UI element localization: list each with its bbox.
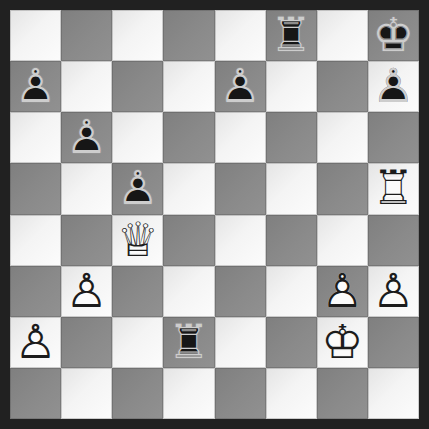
white-pawn-silhouette: ♟ xyxy=(61,266,112,317)
black-pawn-outline: ♙ xyxy=(368,61,419,112)
square-f4[interactable] xyxy=(266,215,317,266)
white-pawn-outline: ♙ xyxy=(368,266,419,317)
white-queen-outline: ♕ xyxy=(112,215,163,266)
square-a7[interactable]: ♟♙ xyxy=(10,61,61,112)
black-pawn-outline: ♙ xyxy=(112,163,163,214)
square-d1[interactable] xyxy=(163,368,214,419)
square-e1[interactable] xyxy=(215,368,266,419)
piece-black-rook-f8[interactable]: ♜♖ xyxy=(266,10,317,61)
piece-black-pawn-a7[interactable]: ♟♙ xyxy=(10,61,61,112)
black-rook-outline: ♖ xyxy=(266,10,317,61)
square-c4[interactable]: ♛♕ xyxy=(112,215,163,266)
piece-black-pawn-c5[interactable]: ♟♙ xyxy=(112,163,163,214)
square-h6[interactable] xyxy=(368,112,419,163)
square-a5[interactable] xyxy=(10,163,61,214)
square-e6[interactable] xyxy=(215,112,266,163)
white-pawn-outline: ♙ xyxy=(317,266,368,317)
square-b8[interactable] xyxy=(61,10,112,61)
square-h4[interactable] xyxy=(368,215,419,266)
black-pawn-silhouette: ♟ xyxy=(10,61,61,112)
piece-white-pawn-a2[interactable]: ♟♙ xyxy=(10,317,61,368)
square-b3[interactable]: ♟♙ xyxy=(61,266,112,317)
square-h7[interactable]: ♟♙ xyxy=(368,61,419,112)
white-pawn-silhouette: ♟ xyxy=(10,317,61,368)
square-a1[interactable] xyxy=(10,368,61,419)
white-pawn-outline: ♙ xyxy=(61,266,112,317)
square-d3[interactable] xyxy=(163,266,214,317)
black-king-silhouette: ♚ xyxy=(368,10,419,61)
square-d5[interactable] xyxy=(163,163,214,214)
piece-black-pawn-b6[interactable]: ♟♙ xyxy=(61,112,112,163)
square-b7[interactable] xyxy=(61,61,112,112)
square-d8[interactable] xyxy=(163,10,214,61)
square-h5[interactable]: ♜♖ xyxy=(368,163,419,214)
chess-board-frame: ♜♖♚♔♟♙♟♙♟♙♟♙♟♙♜♖♛♕♟♙♟♙♟♙♟♙♜♖♚♔ xyxy=(0,0,429,429)
piece-white-pawn-b3[interactable]: ♟♙ xyxy=(61,266,112,317)
square-d6[interactable] xyxy=(163,112,214,163)
square-a2[interactable]: ♟♙ xyxy=(10,317,61,368)
square-e5[interactable] xyxy=(215,163,266,214)
black-pawn-silhouette: ♟ xyxy=(61,112,112,163)
square-a3[interactable] xyxy=(10,266,61,317)
square-f8[interactable]: ♜♖ xyxy=(266,10,317,61)
square-h2[interactable] xyxy=(368,317,419,368)
white-king-silhouette: ♚ xyxy=(317,317,368,368)
square-b2[interactable] xyxy=(61,317,112,368)
square-c2[interactable] xyxy=(112,317,163,368)
square-d2[interactable]: ♜♖ xyxy=(163,317,214,368)
square-g3[interactable]: ♟♙ xyxy=(317,266,368,317)
white-rook-silhouette: ♜ xyxy=(368,163,419,214)
square-d7[interactable] xyxy=(163,61,214,112)
black-pawn-silhouette: ♟ xyxy=(368,61,419,112)
piece-black-pawn-h7[interactable]: ♟♙ xyxy=(368,61,419,112)
square-g7[interactable] xyxy=(317,61,368,112)
square-b4[interactable] xyxy=(61,215,112,266)
square-g5[interactable] xyxy=(317,163,368,214)
square-g6[interactable] xyxy=(317,112,368,163)
black-rook-outline: ♖ xyxy=(163,317,214,368)
piece-white-pawn-g3[interactable]: ♟♙ xyxy=(317,266,368,317)
white-queen-silhouette: ♛ xyxy=(112,215,163,266)
square-h3[interactable]: ♟♙ xyxy=(368,266,419,317)
black-pawn-silhouette: ♟ xyxy=(215,61,266,112)
black-pawn-outline: ♙ xyxy=(61,112,112,163)
square-d4[interactable] xyxy=(163,215,214,266)
square-e2[interactable] xyxy=(215,317,266,368)
white-pawn-silhouette: ♟ xyxy=(368,266,419,317)
square-g4[interactable] xyxy=(317,215,368,266)
square-f6[interactable] xyxy=(266,112,317,163)
piece-white-king-g2[interactable]: ♚♔ xyxy=(317,317,368,368)
square-f2[interactable] xyxy=(266,317,317,368)
square-h8[interactable]: ♚♔ xyxy=(368,10,419,61)
piece-black-rook-d2[interactable]: ♜♖ xyxy=(163,317,214,368)
square-a8[interactable] xyxy=(10,10,61,61)
square-g2[interactable]: ♚♔ xyxy=(317,317,368,368)
white-pawn-silhouette: ♟ xyxy=(317,266,368,317)
square-f5[interactable] xyxy=(266,163,317,214)
square-c8[interactable] xyxy=(112,10,163,61)
square-f7[interactable] xyxy=(266,61,317,112)
black-pawn-outline: ♙ xyxy=(10,61,61,112)
square-b6[interactable]: ♟♙ xyxy=(61,112,112,163)
square-c7[interactable] xyxy=(112,61,163,112)
square-e4[interactable] xyxy=(215,215,266,266)
square-e3[interactable] xyxy=(215,266,266,317)
piece-black-king-h8[interactable]: ♚♔ xyxy=(368,10,419,61)
square-b1[interactable] xyxy=(61,368,112,419)
square-f3[interactable] xyxy=(266,266,317,317)
piece-black-pawn-e7[interactable]: ♟♙ xyxy=(215,61,266,112)
square-e8[interactable] xyxy=(215,10,266,61)
black-pawn-silhouette: ♟ xyxy=(112,163,163,214)
white-king-outline: ♔ xyxy=(317,317,368,368)
square-c3[interactable] xyxy=(112,266,163,317)
square-g8[interactable] xyxy=(317,10,368,61)
square-a4[interactable] xyxy=(10,215,61,266)
black-rook-silhouette: ♜ xyxy=(266,10,317,61)
square-c5[interactable]: ♟♙ xyxy=(112,163,163,214)
square-g1[interactable] xyxy=(317,368,368,419)
black-pawn-outline: ♙ xyxy=(215,61,266,112)
square-b5[interactable] xyxy=(61,163,112,214)
square-e7[interactable]: ♟♙ xyxy=(215,61,266,112)
piece-white-queen-c4[interactable]: ♛♕ xyxy=(112,215,163,266)
square-c1[interactable] xyxy=(112,368,163,419)
chess-board: ♜♖♚♔♟♙♟♙♟♙♟♙♟♙♜♖♛♕♟♙♟♙♟♙♟♙♜♖♚♔ xyxy=(10,10,419,419)
piece-white-rook-h5[interactable]: ♜♖ xyxy=(368,163,419,214)
square-f1[interactable] xyxy=(266,368,317,419)
square-a6[interactable] xyxy=(10,112,61,163)
white-pawn-outline: ♙ xyxy=(10,317,61,368)
white-rook-outline: ♖ xyxy=(368,163,419,214)
square-c6[interactable] xyxy=(112,112,163,163)
piece-white-pawn-h3[interactable]: ♟♙ xyxy=(368,266,419,317)
square-h1[interactable] xyxy=(368,368,419,419)
black-rook-silhouette: ♜ xyxy=(163,317,214,368)
black-king-outline: ♔ xyxy=(368,10,419,61)
